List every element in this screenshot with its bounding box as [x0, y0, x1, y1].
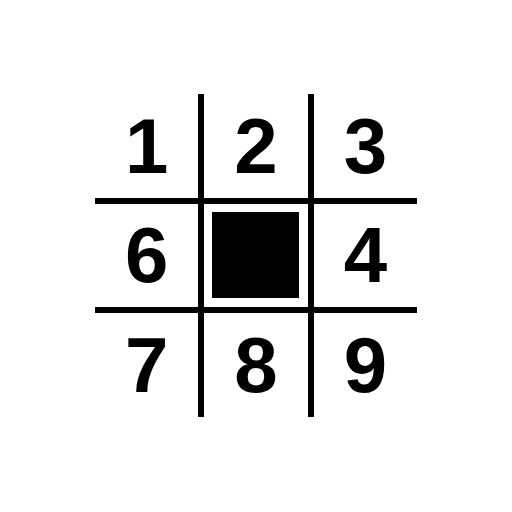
cell-value: 1 — [125, 107, 168, 185]
cell-r2c1[interactable]: 6 — [95, 204, 198, 308]
black-block — [212, 212, 299, 298]
cell-r3c2[interactable]: 8 — [204, 313, 307, 417]
puzzle-grid: 1 2 3 6 4 7 8 9 — [95, 94, 417, 417]
cell-r2c2[interactable] — [204, 204, 307, 308]
app-icon-canvas: 1 2 3 6 4 7 8 9 — [0, 0, 512, 512]
cell-r1c3[interactable]: 3 — [314, 94, 417, 198]
cell-r3c1[interactable]: 7 — [95, 313, 198, 417]
cell-value: 4 — [344, 216, 387, 294]
cell-value: 3 — [344, 107, 387, 185]
cell-value: 6 — [125, 216, 168, 294]
cell-value: 2 — [234, 107, 277, 185]
cell-r3c3[interactable]: 9 — [314, 313, 417, 417]
cell-r2c3[interactable]: 4 — [314, 204, 417, 308]
cell-value: 8 — [234, 326, 277, 404]
cell-value: 9 — [344, 326, 387, 404]
cell-value: 7 — [125, 326, 168, 404]
cell-r1c1[interactable]: 1 — [95, 94, 198, 198]
cell-r1c2[interactable]: 2 — [204, 94, 307, 198]
